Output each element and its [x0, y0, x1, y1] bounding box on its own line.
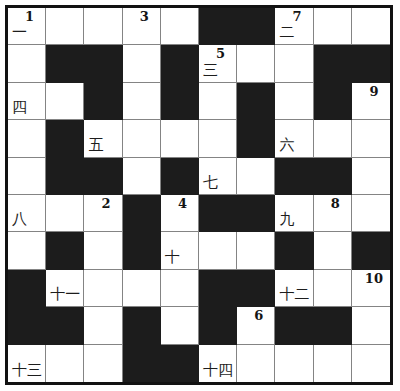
cell-r4c0[interactable] — [8, 158, 46, 195]
cell-r0c2[interactable] — [84, 8, 122, 45]
cell-r2c7[interactable] — [275, 83, 313, 120]
cell-r5c4[interactable]: 4 — [161, 195, 199, 232]
cell-r8c7 — [275, 307, 313, 344]
cell-r8c0 — [8, 307, 46, 344]
cell-r0c4[interactable] — [161, 8, 199, 45]
across-clue-number: 十四 — [203, 363, 233, 378]
across-clue-number: 八 — [12, 212, 27, 227]
cell-r8c1 — [46, 307, 84, 344]
cell-r6c5[interactable] — [199, 232, 237, 269]
cell-r6c2[interactable] — [84, 232, 122, 269]
cell-r2c0[interactable]: 四 — [8, 83, 46, 120]
cell-r6c4[interactable]: 十 — [161, 232, 199, 269]
cell-r3c5[interactable] — [199, 120, 237, 157]
cell-r1c0[interactable] — [8, 45, 46, 82]
cell-r6c9 — [352, 232, 390, 269]
across-clue-number: 二 — [279, 25, 294, 40]
cell-r5c8[interactable]: 8 — [314, 195, 352, 232]
cell-r2c4 — [161, 83, 199, 120]
down-clue-number: 4 — [161, 195, 198, 212]
cell-r6c7 — [275, 232, 313, 269]
cell-r4c4 — [161, 158, 199, 195]
cell-r4c3[interactable] — [123, 158, 161, 195]
down-clue-number: 2 — [84, 195, 121, 212]
cell-r2c9[interactable]: 9 — [352, 83, 390, 120]
cell-r5c6 — [237, 195, 275, 232]
cell-r0c7[interactable]: 7二 — [275, 8, 313, 45]
cell-r9c0[interactable]: 十三 — [8, 345, 46, 382]
cell-r7c0 — [8, 270, 46, 307]
cell-r4c9[interactable] — [352, 158, 390, 195]
cell-r7c6 — [237, 270, 275, 307]
cell-r7c8[interactable] — [314, 270, 352, 307]
cell-r8c2[interactable] — [84, 307, 122, 344]
cell-r1c6[interactable] — [237, 45, 275, 82]
cell-r9c8[interactable] — [314, 345, 352, 382]
cell-r3c1 — [46, 120, 84, 157]
cell-r7c4[interactable] — [161, 270, 199, 307]
down-clue-number: 10 — [352, 270, 390, 287]
cell-r3c7[interactable]: 六 — [275, 120, 313, 157]
cell-r1c8 — [314, 45, 352, 82]
crossword-board: 1一37二5三四9五六七八24九8十十一十二106十三十四 — [5, 5, 393, 385]
cell-r3c9[interactable] — [352, 120, 390, 157]
cell-r9c5[interactable]: 十四 — [199, 345, 237, 382]
cell-r0c9[interactable] — [352, 8, 390, 45]
cell-r5c5 — [199, 195, 237, 232]
cell-r6c8[interactable] — [314, 232, 352, 269]
cell-r0c6 — [237, 8, 275, 45]
cell-r7c5 — [199, 270, 237, 307]
cell-r9c1[interactable] — [46, 345, 84, 382]
cell-r2c1[interactable] — [46, 83, 84, 120]
down-clue-number: 6 — [237, 307, 274, 324]
cell-r3c4[interactable] — [161, 120, 199, 157]
across-clue-number: 十一 — [50, 287, 80, 302]
cell-r7c2[interactable] — [84, 270, 122, 307]
down-clue-number: 8 — [314, 195, 351, 212]
cell-r9c9[interactable] — [352, 345, 390, 382]
cell-r0c5 — [199, 8, 237, 45]
cell-r3c8[interactable] — [314, 120, 352, 157]
cell-r2c6 — [237, 83, 275, 120]
across-clue-number: 九 — [279, 212, 294, 227]
cell-r9c7[interactable] — [275, 345, 313, 382]
cell-r9c6[interactable] — [237, 345, 275, 382]
across-clue-number: 四 — [12, 100, 27, 115]
cell-r3c3[interactable] — [123, 120, 161, 157]
cell-r8c8 — [314, 307, 352, 344]
cell-r6c6[interactable] — [237, 232, 275, 269]
cell-r2c3[interactable] — [123, 83, 161, 120]
cell-r1c5[interactable]: 5三 — [199, 45, 237, 82]
cell-r1c9 — [352, 45, 390, 82]
cell-r7c9[interactable]: 10 — [352, 270, 390, 307]
cell-r9c3 — [123, 345, 161, 382]
cell-r1c1 — [46, 45, 84, 82]
across-clue-number: 三 — [203, 63, 218, 78]
cell-r5c3 — [123, 195, 161, 232]
across-clue-number: 一 — [12, 25, 27, 40]
down-clue-number: 9 — [352, 83, 390, 100]
cell-r5c9[interactable] — [352, 195, 390, 232]
cell-r1c4 — [161, 45, 199, 82]
cell-r5c1[interactable] — [46, 195, 84, 232]
cell-r7c7[interactable]: 十二 — [275, 270, 313, 307]
cell-r1c2 — [84, 45, 122, 82]
cell-r4c2 — [84, 158, 122, 195]
cell-r9c4 — [161, 345, 199, 382]
cell-r6c0[interactable] — [8, 232, 46, 269]
cell-r3c6 — [237, 120, 275, 157]
cell-r7c1[interactable]: 十一 — [46, 270, 84, 307]
cell-r5c0[interactable]: 八 — [8, 195, 46, 232]
cell-r0c3[interactable]: 3 — [123, 8, 161, 45]
down-clue-number: 3 — [123, 8, 160, 25]
cell-r0c0[interactable]: 1一 — [8, 8, 46, 45]
down-clue-number: 5 — [199, 45, 236, 62]
cell-r8c9[interactable] — [352, 307, 390, 344]
cell-r8c3 — [123, 307, 161, 344]
cell-r1c7[interactable] — [275, 45, 313, 82]
cell-r4c5[interactable]: 七 — [199, 158, 237, 195]
cell-r8c5 — [199, 307, 237, 344]
cell-r5c7[interactable]: 九 — [275, 195, 313, 232]
cell-r0c8[interactable] — [314, 8, 352, 45]
cell-r5c2[interactable]: 2 — [84, 195, 122, 232]
cell-r8c6[interactable]: 6 — [237, 307, 275, 344]
cell-r2c5[interactable] — [199, 83, 237, 120]
across-clue-number: 六 — [279, 138, 294, 153]
cell-r4c6[interactable] — [237, 158, 275, 195]
cell-r6c1 — [46, 232, 84, 269]
cell-r2c8 — [314, 83, 352, 120]
across-clue-number: 十二 — [279, 287, 309, 302]
cell-r3c2[interactable]: 五 — [84, 120, 122, 157]
cell-r3c0[interactable] — [8, 120, 46, 157]
across-clue-number: 十 — [165, 250, 180, 265]
across-clue-number: 七 — [203, 175, 218, 190]
cell-r7c3[interactable] — [123, 270, 161, 307]
cell-r1c3[interactable] — [123, 45, 161, 82]
cell-r4c8 — [314, 158, 352, 195]
cell-r9c2[interactable] — [84, 345, 122, 382]
cell-r6c3 — [123, 232, 161, 269]
cell-r2c2 — [84, 83, 122, 120]
across-clue-number: 五 — [88, 138, 103, 153]
cell-r4c1 — [46, 158, 84, 195]
cell-r4c7 — [275, 158, 313, 195]
cell-r8c4[interactable] — [161, 307, 199, 344]
cell-r0c1[interactable] — [46, 8, 84, 45]
across-clue-number: 十三 — [12, 363, 42, 378]
